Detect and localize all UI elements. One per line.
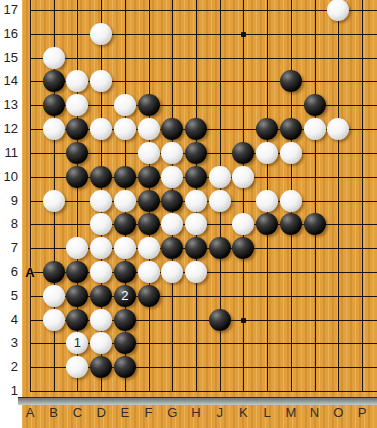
row-label-11: 11 [0,145,18,160]
stone-black-G12 [161,118,183,140]
stone-white-F11 [138,142,160,164]
stone-white-E13 [114,94,136,116]
col-label-L: L [264,405,271,420]
stone-black-H11 [185,142,207,164]
stone-black-J7 [209,237,231,259]
stone-white-C13 [66,94,88,116]
stone-black-K7 [232,237,254,259]
col-label-K: K [239,405,248,420]
col-label-F: F [145,405,153,420]
go-board[interactable]: 12A1716151413121110987654321ABCDEFGHJKLM… [0,0,377,428]
col-label-C: C [73,405,82,420]
stone-black-M8 [280,213,302,235]
grid-line-row-17 [30,10,377,11]
col-label-M: M [285,405,296,420]
col-label-G: G [167,405,177,420]
stone-white-B4 [43,309,65,331]
col-label-A: A [26,405,35,420]
stone-white-K10 [232,166,254,188]
stone-white-M9 [280,190,302,212]
stone-black-H10 [185,166,207,188]
stone-white-D6 [90,261,112,283]
stone-black-B13 [43,94,65,116]
stone-white-D8 [90,213,112,235]
col-label-N: N [310,405,319,420]
stone-white-G6 [161,261,183,283]
stone-black-D10 [90,166,112,188]
grid-line-col-P [362,0,363,391]
go-board-diagram: 12A1716151413121110987654321ABCDEFGHJKLM… [0,0,377,428]
row-label-3: 3 [0,335,18,350]
stone-black-C11 [66,142,88,164]
stone-black-H12 [185,118,207,140]
stone-white-K8 [232,213,254,235]
row-label-4: 4 [0,312,18,327]
stone-white-D9 [90,190,112,212]
stone-black-C4 [66,309,88,331]
grid-line-row-15 [30,58,377,59]
stone-white-J10 [209,166,231,188]
stone-black-N8 [304,213,326,235]
stone-white-H8 [185,213,207,235]
stone-black-D5 [90,285,112,307]
stone-black-F10 [138,166,160,188]
point-label-A: A [25,264,34,279]
stone-black-F8 [138,213,160,235]
row-label-13: 13 [0,97,18,112]
stone-black-G9 [161,190,183,212]
row-label-6: 6 [0,264,18,279]
col-label-E: E [121,405,130,420]
stone-black-E2 [114,356,136,378]
stone-white-N12 [304,118,326,140]
stone-white-H6 [185,261,207,283]
col-label-B: B [49,405,58,420]
row-label-5: 5 [0,288,18,303]
stone-black-F5 [138,285,160,307]
move-number-1: 1 [66,332,88,354]
stone-white-D16 [90,23,112,45]
stone-white-C2 [66,356,88,378]
stone-white-D14 [90,70,112,92]
stone-white-G8 [161,213,183,235]
stone-white-E7 [114,237,136,259]
stone-white-E9 [114,190,136,212]
stone-black-B14 [43,70,65,92]
stone-white-H9 [185,190,207,212]
stone-white-D4 [90,309,112,331]
stone-white-C14 [66,70,88,92]
grid-line-col-O [338,0,339,391]
stone-black-E3 [114,332,136,354]
stone-white-B5 [43,285,65,307]
move-number-2: 2 [114,285,136,307]
grid-line-col-K [243,0,244,391]
stone-black-C12 [66,118,88,140]
star-point-K4 [241,318,246,323]
stone-black-H7 [185,237,207,259]
stone-black-E4 [114,309,136,331]
row-label-7: 7 [0,240,18,255]
stone-white-C7 [66,237,88,259]
stone-white-M11 [280,142,302,164]
stone-white-J9 [209,190,231,212]
row-label-1: 1 [0,383,18,398]
row-label-15: 15 [0,50,18,65]
stone-white-F12 [138,118,160,140]
stone-black-G7 [161,237,183,259]
stone-white-F6 [138,261,160,283]
stone-white-B15 [43,47,65,69]
stone-white-B12 [43,118,65,140]
stone-black-C5 [66,285,88,307]
stone-black-M14 [280,70,302,92]
stone-black-E8 [114,213,136,235]
stone-white-F7 [138,237,160,259]
row-label-16: 16 [0,26,18,41]
row-label-9: 9 [0,193,18,208]
row-label-8: 8 [0,216,18,231]
stone-black-F13 [138,94,160,116]
stone-white-G11 [161,142,183,164]
stone-black-N13 [304,94,326,116]
stone-white-L9 [256,190,278,212]
stone-black-B6 [43,261,65,283]
grid-line-col-N [315,0,316,391]
stone-white-D12 [90,118,112,140]
stone-white-G10 [161,166,183,188]
stone-black-E10 [114,166,136,188]
stone-black-K11 [232,142,254,164]
row-label-2: 2 [0,359,18,374]
stone-black-F9 [138,190,160,212]
stone-white-D7 [90,237,112,259]
col-label-D: D [96,405,105,420]
stone-black-E6 [114,261,136,283]
row-label-10: 10 [0,169,18,184]
stone-white-L11 [256,142,278,164]
col-label-P: P [358,405,367,420]
stone-black-C10 [66,166,88,188]
row-label-14: 14 [0,73,18,88]
stone-black-L12 [256,118,278,140]
stone-white-O17 [327,0,349,21]
row-label-17: 17 [0,2,18,17]
stone-black-D2 [90,356,112,378]
col-label-H: H [191,405,200,420]
stone-black-C6 [66,261,88,283]
stone-white-E12 [114,118,136,140]
stone-black-J4 [209,309,231,331]
grid-line-row-1 [30,391,377,392]
stone-white-O12 [327,118,349,140]
col-label-J: J [216,405,223,420]
stone-black-M12 [280,118,302,140]
star-point-K16 [241,32,246,37]
grid-line-col-A [30,0,31,391]
row-label-12: 12 [0,121,18,136]
grid-line-row-16 [30,34,377,35]
stone-white-B9 [43,190,65,212]
stone-white-D3 [90,332,112,354]
stone-black-L8 [256,213,278,235]
col-label-O: O [333,405,343,420]
